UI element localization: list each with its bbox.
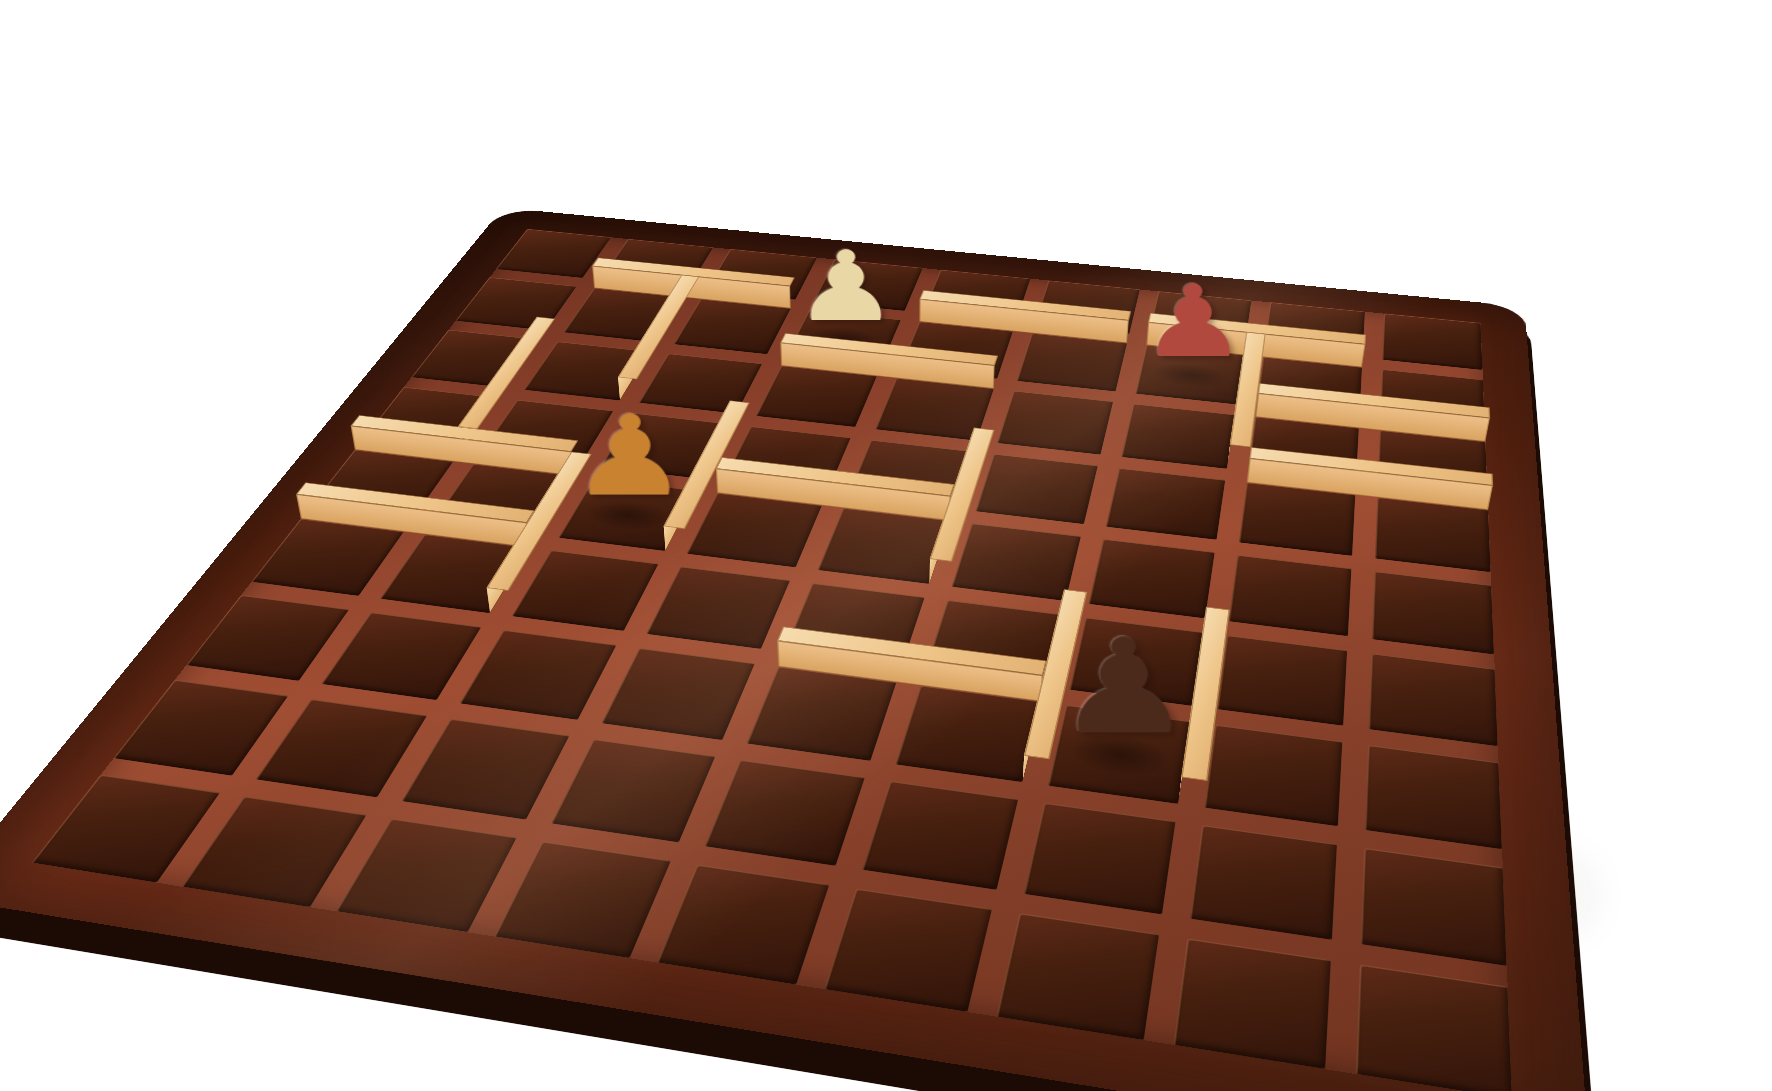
white-pawn[interactable]: ♟ bbox=[794, 228, 888, 345]
board-cell-f9[interactable] bbox=[824, 888, 992, 1012]
board-cell-f4[interactable] bbox=[975, 454, 1098, 524]
board-cell-g9[interactable] bbox=[996, 913, 1159, 1040]
red-pawn[interactable]: ♟ bbox=[1139, 261, 1237, 382]
board-cell-i9[interactable] bbox=[1356, 964, 1512, 1091]
board-cell-i5[interactable] bbox=[1372, 571, 1494, 654]
board-cell-a2[interactable] bbox=[456, 277, 577, 330]
board-cell-f2[interactable] bbox=[1017, 333, 1128, 391]
board-cell-i8[interactable] bbox=[1361, 848, 1507, 966]
orange-pawn[interactable]: ♟ bbox=[569, 389, 678, 524]
board-cell-h8[interactable] bbox=[1190, 825, 1337, 940]
board-cell-d6[interactable] bbox=[646, 566, 790, 649]
pawn-glyph: ♟ bbox=[569, 389, 678, 524]
board-cell-a8[interactable] bbox=[114, 680, 289, 776]
board-cell-f3[interactable] bbox=[997, 391, 1113, 455]
wall-side-face bbox=[1247, 458, 1493, 510]
board-cell-e8[interactable] bbox=[704, 760, 865, 866]
board-cell-b7[interactable] bbox=[321, 612, 481, 700]
board-cell-h7[interactable] bbox=[1204, 725, 1342, 827]
wall-side-face bbox=[716, 469, 951, 521]
board-cell-f8[interactable] bbox=[862, 781, 1018, 890]
board-cell-d3[interactable] bbox=[756, 366, 877, 427]
board-cell-c9[interactable] bbox=[336, 818, 517, 932]
pawn-glyph: ♟ bbox=[1054, 607, 1181, 766]
board-cell-h9[interactable] bbox=[1173, 938, 1331, 1069]
pawn-glyph: ♟ bbox=[794, 228, 888, 345]
quoridor-scene: ♟♟♟♟ bbox=[0, 208, 1591, 1091]
wall-side-face bbox=[351, 426, 574, 476]
pawn-glyph: ♟ bbox=[1139, 261, 1237, 382]
board-cell-f5[interactable] bbox=[952, 523, 1082, 601]
board-cell-b8[interactable] bbox=[256, 699, 428, 797]
dark-brown-pawn[interactable]: ♟ bbox=[1054, 607, 1181, 766]
board-cell-i6[interactable] bbox=[1369, 653, 1498, 746]
wall-d4h[interactable] bbox=[717, 481, 954, 520]
board-cell-h6[interactable] bbox=[1217, 635, 1347, 726]
board-cell-h4[interactable] bbox=[1239, 483, 1356, 556]
board-cell-g4[interactable] bbox=[1106, 468, 1226, 540]
board-cell-d5[interactable] bbox=[687, 493, 823, 567]
board-cell-h5[interactable] bbox=[1229, 555, 1352, 636]
board-cell-e7[interactable] bbox=[747, 666, 897, 760]
board-cell-d9[interactable] bbox=[494, 841, 671, 958]
board-cell-c7[interactable] bbox=[460, 630, 617, 720]
board-cell-a9[interactable] bbox=[32, 775, 220, 883]
wall-h3h[interactable] bbox=[1247, 471, 1489, 510]
board-cell-c8[interactable] bbox=[402, 719, 570, 820]
board-cell-f7[interactable] bbox=[895, 685, 1041, 782]
board-cell-e9[interactable] bbox=[657, 864, 830, 984]
board-cell-d7[interactable] bbox=[601, 648, 755, 740]
board-cell-b9[interactable] bbox=[182, 796, 367, 907]
board-cell-g3[interactable] bbox=[1121, 404, 1235, 469]
photo-stage: ♟♟♟♟ bbox=[0, 0, 1772, 1091]
board-cell-i4[interactable] bbox=[1375, 497, 1491, 572]
board-cell-i1[interactable] bbox=[1382, 314, 1482, 370]
board-cell-a6[interactable] bbox=[251, 519, 403, 596]
board-cell-i7[interactable] bbox=[1365, 745, 1502, 849]
board-cell-d8[interactable] bbox=[551, 739, 715, 843]
board-cell-a7[interactable] bbox=[186, 595, 349, 681]
board-cell-g8[interactable] bbox=[1024, 803, 1176, 915]
